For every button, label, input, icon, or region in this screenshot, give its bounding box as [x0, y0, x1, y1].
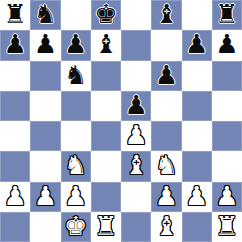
square-f8[interactable]: ♝ [151, 0, 181, 30]
square-e2[interactable] [121, 182, 151, 212]
piece-white-bishop[interactable]: ♝ [155, 212, 178, 241]
piece-black-pawn[interactable]: ♟ [124, 91, 147, 120]
square-h2[interactable]: ♟ [212, 182, 242, 212]
square-b8[interactable]: ♞ [30, 0, 60, 30]
square-f5[interactable] [151, 91, 181, 121]
square-g8[interactable] [182, 0, 212, 30]
square-e4[interactable]: ♟ [121, 121, 151, 151]
square-a1[interactable] [0, 212, 30, 242]
piece-white-pawn[interactable]: ♟ [155, 182, 178, 211]
square-b2[interactable]: ♟ [30, 182, 60, 212]
square-f2[interactable]: ♟ [151, 182, 181, 212]
piece-black-king[interactable]: ♚ [94, 0, 117, 29]
square-f6[interactable]: ♟ [151, 61, 181, 91]
square-h6[interactable] [212, 61, 242, 91]
square-e6[interactable] [121, 61, 151, 91]
square-e8[interactable] [121, 0, 151, 30]
square-h3[interactable] [212, 151, 242, 181]
square-b5[interactable] [30, 91, 60, 121]
square-f3[interactable]: ♞ [151, 151, 181, 181]
square-f1[interactable]: ♝ [151, 212, 181, 242]
piece-white-pawn[interactable]: ♟ [34, 182, 57, 211]
square-c3[interactable]: ♞ [61, 151, 91, 181]
square-e7[interactable] [121, 30, 151, 60]
piece-black-bishop[interactable]: ♝ [94, 30, 117, 59]
piece-black-bishop[interactable]: ♝ [155, 0, 178, 29]
square-c7[interactable]: ♟ [61, 30, 91, 60]
chess-board: ♜♞♚♝♜♟♟♟♝♟♟♞♟♟♟♞♝♞♟♟♟♟♟♟♚♜♝♜ [0, 0, 242, 242]
square-a4[interactable] [0, 121, 30, 151]
piece-black-pawn[interactable]: ♟ [185, 30, 208, 59]
square-g5[interactable] [182, 91, 212, 121]
square-h1[interactable]: ♜ [212, 212, 242, 242]
square-a7[interactable]: ♟ [0, 30, 30, 60]
square-b7[interactable]: ♟ [30, 30, 60, 60]
piece-black-pawn[interactable]: ♟ [64, 30, 87, 59]
square-g6[interactable] [182, 61, 212, 91]
square-a6[interactable] [0, 61, 30, 91]
piece-white-knight[interactable]: ♞ [155, 151, 178, 180]
square-f7[interactable] [151, 30, 181, 60]
square-a5[interactable] [0, 91, 30, 121]
piece-white-king[interactable]: ♚ [64, 212, 87, 241]
square-b6[interactable] [30, 61, 60, 91]
square-d6[interactable] [91, 61, 121, 91]
piece-black-knight[interactable]: ♞ [64, 61, 87, 90]
square-h4[interactable] [212, 121, 242, 151]
square-d3[interactable] [91, 151, 121, 181]
square-d7[interactable]: ♝ [91, 30, 121, 60]
square-c5[interactable] [61, 91, 91, 121]
square-h8[interactable]: ♜ [212, 0, 242, 30]
square-g1[interactable] [182, 212, 212, 242]
piece-black-pawn[interactable]: ♟ [3, 30, 26, 59]
piece-white-rook[interactable]: ♜ [94, 212, 117, 241]
square-c2[interactable]: ♟ [61, 182, 91, 212]
square-g7[interactable]: ♟ [182, 30, 212, 60]
square-b1[interactable] [30, 212, 60, 242]
piece-white-pawn[interactable]: ♟ [64, 182, 87, 211]
square-a2[interactable]: ♟ [0, 182, 30, 212]
square-c6[interactable]: ♞ [61, 61, 91, 91]
square-d5[interactable] [91, 91, 121, 121]
square-b3[interactable] [30, 151, 60, 181]
piece-black-pawn[interactable]: ♟ [34, 30, 57, 59]
square-e5[interactable]: ♟ [121, 91, 151, 121]
square-d8[interactable]: ♚ [91, 0, 121, 30]
piece-black-knight[interactable]: ♞ [34, 0, 57, 29]
piece-black-pawn[interactable]: ♟ [155, 61, 178, 90]
piece-black-rook[interactable]: ♜ [3, 0, 26, 29]
piece-white-rook[interactable]: ♜ [215, 212, 238, 241]
square-b4[interactable] [30, 121, 60, 151]
square-a8[interactable]: ♜ [0, 0, 30, 30]
piece-white-pawn[interactable]: ♟ [3, 182, 26, 211]
square-g2[interactable]: ♟ [182, 182, 212, 212]
square-f4[interactable] [151, 121, 181, 151]
piece-black-rook[interactable]: ♜ [215, 0, 238, 29]
square-c8[interactable] [61, 0, 91, 30]
square-g4[interactable] [182, 121, 212, 151]
square-c1[interactable]: ♚ [61, 212, 91, 242]
piece-white-pawn[interactable]: ♟ [185, 182, 208, 211]
square-c4[interactable] [61, 121, 91, 151]
piece-white-bishop[interactable]: ♝ [124, 151, 147, 180]
square-e3[interactable]: ♝ [121, 151, 151, 181]
piece-white-pawn[interactable]: ♟ [124, 121, 147, 150]
piece-black-pawn[interactable]: ♟ [215, 30, 238, 59]
square-a3[interactable] [0, 151, 30, 181]
piece-white-knight[interactable]: ♞ [64, 151, 87, 180]
square-e1[interactable] [121, 212, 151, 242]
square-h5[interactable] [212, 91, 242, 121]
square-h7[interactable]: ♟ [212, 30, 242, 60]
piece-white-pawn[interactable]: ♟ [215, 182, 238, 211]
square-d1[interactable]: ♜ [91, 212, 121, 242]
square-d2[interactable] [91, 182, 121, 212]
square-g3[interactable] [182, 151, 212, 181]
square-d4[interactable] [91, 121, 121, 151]
